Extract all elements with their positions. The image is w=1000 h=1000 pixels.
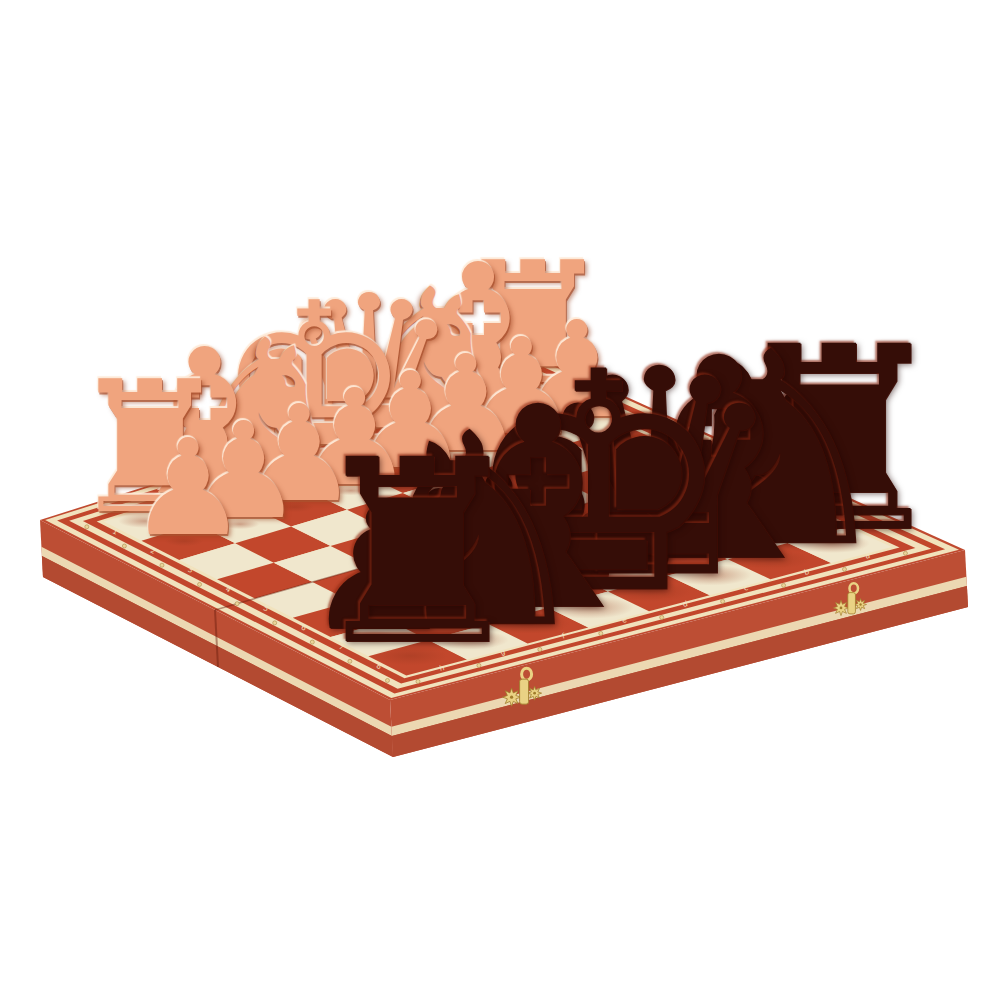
border-pin (160, 563, 164, 567)
border-pin (843, 567, 847, 571)
border-pin (599, 631, 603, 635)
border-pin (198, 582, 202, 586)
border-pin (235, 602, 239, 606)
border-pin (310, 640, 314, 644)
border-pin (122, 544, 126, 548)
border-pin (538, 647, 542, 651)
border-pin (660, 615, 664, 619)
border-pin (721, 599, 725, 603)
border-pin (273, 621, 277, 625)
border-pin (416, 679, 420, 683)
chess-set-photo: h1g2f3e4d5c6b7a8 ♜♞♝♛♚♝♞♜♟♟♟♟♟♟♟♟♟♟♟♟♟♟♟… (0, 0, 1000, 1000)
border-pin (385, 678, 389, 682)
border-pin (85, 525, 89, 529)
border-pin (348, 659, 352, 663)
chess-board: h1g2f3e4d5c6b7a8 (0, 0, 1000, 1000)
border-pin (782, 583, 786, 587)
border-pin (477, 663, 481, 667)
border-pin (903, 551, 907, 555)
